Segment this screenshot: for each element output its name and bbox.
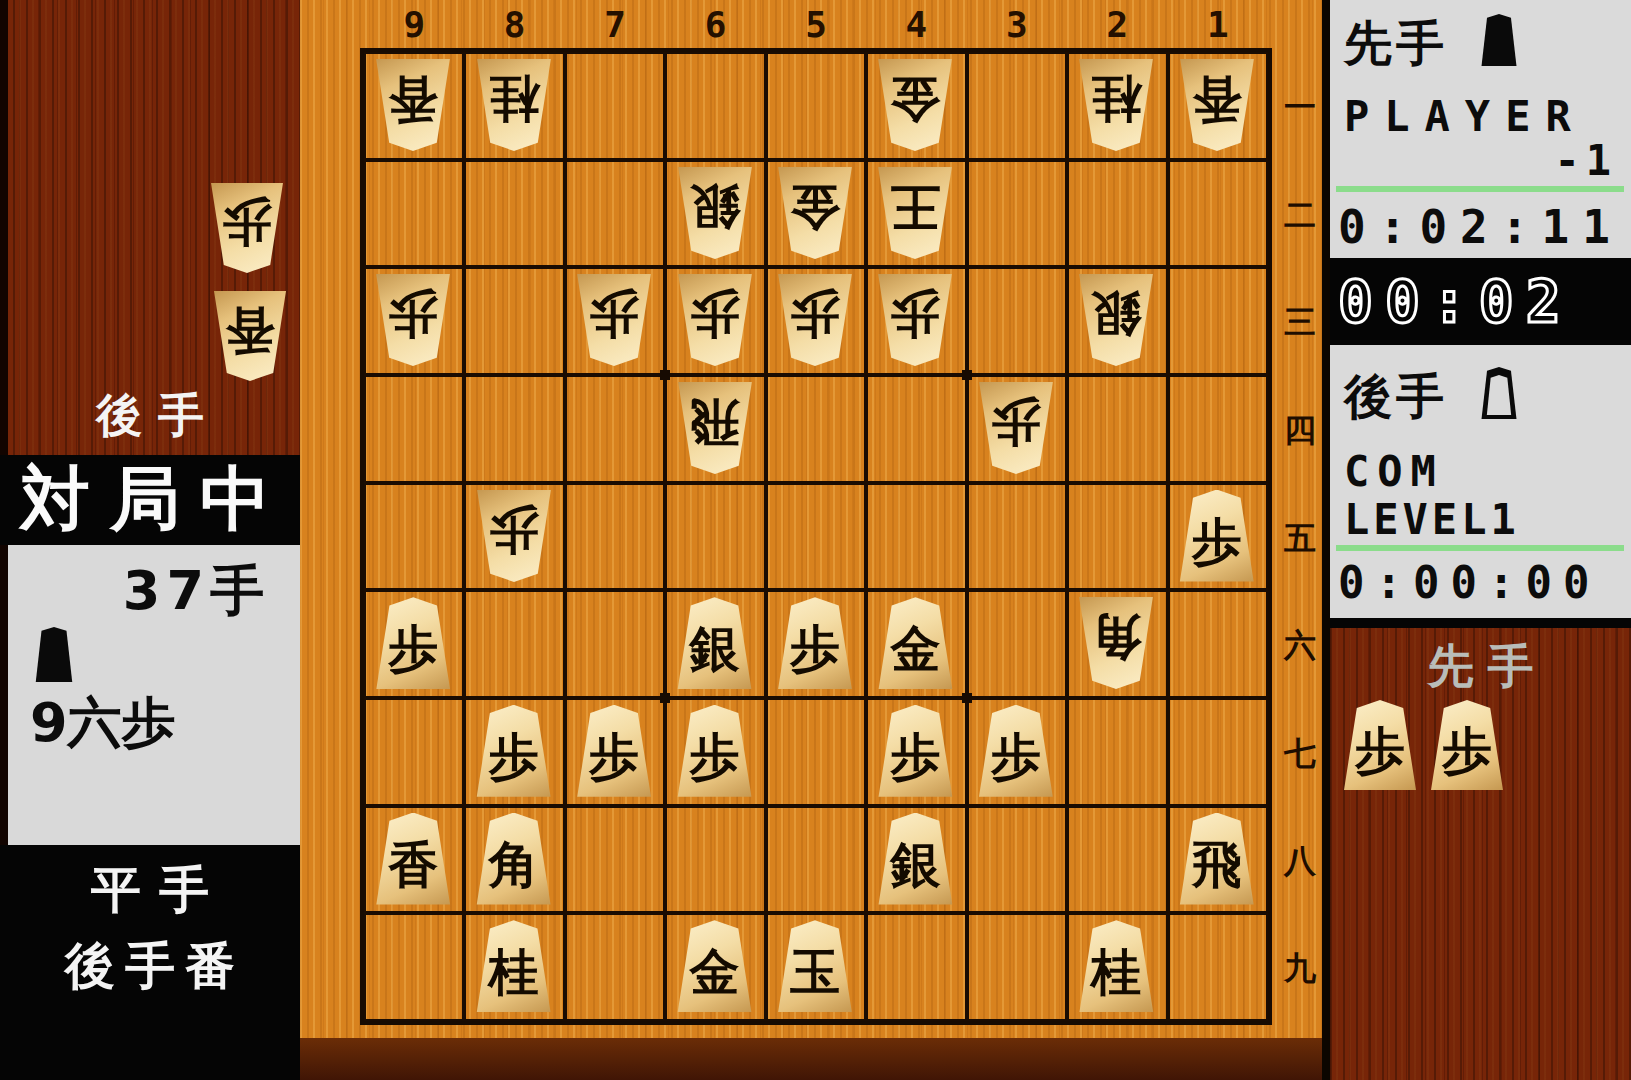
piece-glyph: 歩 — [1192, 517, 1242, 567]
rank-label-2: 二 — [1278, 194, 1322, 238]
gote-total-clock: 0:00:00 — [1338, 557, 1600, 608]
piece-glyph: 歩 — [589, 732, 639, 782]
sente-hand-label: 先手 — [1330, 636, 1631, 698]
piece-23-gote[interactable]: 銀 — [1075, 274, 1157, 366]
piece-46-sente[interactable]: 金 — [874, 597, 956, 689]
piece-glyph: 金 — [890, 624, 940, 674]
sente-total-clock: 0:02:11 — [1338, 200, 1623, 254]
piece-glyph: 歩 — [1355, 726, 1405, 776]
file-label-9: 9 — [384, 4, 444, 45]
piece-43-gote[interactable]: 歩 — [874, 274, 956, 366]
piece-34-gote[interactable]: 歩 — [975, 382, 1057, 474]
piece-glyph: 歩 — [690, 289, 740, 339]
piece-98-sente[interactable]: 香 — [372, 813, 454, 905]
piece-glyph: 歩 — [890, 732, 940, 782]
piece-91-gote[interactable]: 香 — [372, 59, 454, 151]
gote-side-label: 後手 — [0, 385, 300, 447]
game-screen: 歩香 後手 対局中 37手 9六歩 平手 後手番 香桂金桂香銀金王歩歩歩歩歩銀飛… — [0, 0, 1631, 1080]
piece-glyph: 歩 — [388, 289, 438, 339]
piece-81-gote[interactable]: 桂 — [473, 59, 555, 151]
piece-41-gote[interactable]: 金 — [874, 59, 956, 151]
board-panel-divider — [1322, 0, 1330, 1080]
last-move-text: 9六歩 — [30, 687, 176, 760]
sente-hand-area: 先手 歩歩 — [1330, 628, 1631, 1080]
piece-glyph: 桂 — [1091, 74, 1141, 124]
piece-21-gote[interactable]: 桂 — [1075, 59, 1157, 151]
gote-outline-pentagon-icon — [1476, 367, 1522, 419]
move-info-panel: 37手 9六歩 — [8, 545, 300, 845]
sente-player-name: PLAYER — [1344, 92, 1586, 141]
gote-underline — [1336, 545, 1624, 551]
file-label-4: 4 — [886, 4, 946, 45]
piece-glyph: 歩 — [690, 732, 740, 782]
piece-glyph: 金 — [790, 182, 840, 232]
piece-glyph: 飛 — [690, 397, 740, 447]
star-point — [962, 370, 972, 380]
sente-filled-pentagon-icon — [1476, 14, 1522, 66]
board-bottom-shade — [300, 1038, 1322, 1080]
setup-panel: 平手 後手番 — [0, 845, 300, 1080]
sente-underline — [1336, 186, 1624, 192]
rank-label-5: 五 — [1278, 517, 1322, 561]
piece-47-sente[interactable]: 歩 — [874, 705, 956, 797]
panel-divider — [1330, 618, 1631, 628]
piece-29-sente[interactable]: 桂 — [1075, 920, 1157, 1012]
shogi-board[interactable]: 香桂金桂香銀金王歩歩歩歩歩銀飛歩歩歩歩銀歩金角歩歩歩歩歩香角銀飛桂金玉桂 — [360, 48, 1272, 1025]
rank-label-3: 三 — [1278, 301, 1322, 345]
piece-56-sente[interactable]: 歩 — [774, 597, 856, 689]
piece-glyph: 桂 — [489, 947, 539, 997]
move-timer-strip: 00:02 — [1330, 258, 1631, 345]
piece-glyph: 歩 — [1442, 726, 1492, 776]
piece-glyph: 玉 — [790, 947, 840, 997]
file-label-5: 5 — [786, 4, 846, 45]
piece-glyph: 香 — [1192, 74, 1242, 124]
piece-glyph: 銀 — [690, 182, 740, 232]
game-status-banner: 対局中 — [0, 455, 300, 545]
piece-37-sente[interactable]: 歩 — [975, 705, 1057, 797]
piece-glyph: 歩 — [589, 289, 639, 339]
piece-glyph: 桂 — [489, 74, 539, 124]
star-point — [660, 693, 670, 703]
piece-glyph: 歩 — [991, 397, 1041, 447]
sente-hand-piece-歩[interactable]: 歩 — [1427, 700, 1507, 790]
star-point — [962, 693, 972, 703]
piece-66-sente[interactable]: 銀 — [674, 597, 756, 689]
rank-label-4: 四 — [1278, 409, 1322, 453]
piece-glyph: 歩 — [489, 732, 539, 782]
sente-pentagon-icon — [30, 627, 78, 682]
piece-18-sente[interactable]: 飛 — [1176, 813, 1258, 905]
piece-glyph: 歩 — [991, 732, 1041, 782]
rank-label-6: 六 — [1278, 624, 1322, 668]
piece-glyph: 歩 — [790, 289, 840, 339]
turn-indicator: 後手番 — [0, 933, 300, 1000]
rank-label-9: 九 — [1278, 947, 1322, 991]
piece-59-sente[interactable]: 玉 — [774, 920, 856, 1012]
file-label-7: 7 — [585, 4, 645, 45]
piece-96-sente[interactable]: 歩 — [372, 597, 454, 689]
piece-42-gote[interactable]: 王 — [874, 167, 956, 259]
piece-63-gote[interactable]: 歩 — [674, 274, 756, 366]
file-label-6: 6 — [686, 4, 746, 45]
piece-85-gote[interactable]: 歩 — [473, 490, 555, 582]
file-label-2: 2 — [1087, 4, 1147, 45]
rank-label-8: 八 — [1278, 840, 1322, 884]
piece-glyph: 香 — [225, 305, 275, 355]
piece-88-sente[interactable]: 角 — [473, 813, 555, 905]
file-label-3: 3 — [987, 4, 1047, 45]
sente-label: 先手 — [1344, 12, 1448, 76]
piece-67-sente[interactable]: 歩 — [674, 705, 756, 797]
file-label-8: 8 — [485, 4, 545, 45]
piece-glyph: 香 — [388, 74, 438, 124]
piece-glyph: 銀 — [890, 840, 940, 890]
file-label-1: 1 — [1188, 4, 1248, 45]
sente-hand-piece-歩[interactable]: 歩 — [1340, 700, 1420, 790]
piece-glyph: 金 — [890, 74, 940, 124]
piece-glyph: 銀 — [690, 624, 740, 674]
piece-glyph: 角 — [489, 840, 539, 890]
piece-69-sente[interactable]: 金 — [674, 920, 756, 1012]
piece-glyph: 金 — [690, 947, 740, 997]
piece-glyph: 桂 — [1091, 947, 1141, 997]
piece-62-gote[interactable]: 銀 — [674, 167, 756, 259]
piece-53-gote[interactable]: 歩 — [774, 274, 856, 366]
piece-glyph: 歩 — [489, 505, 539, 555]
piece-glyph: 歩 — [890, 289, 940, 339]
piece-glyph: 歩 — [388, 624, 438, 674]
gote-hand-piece-歩[interactable]: 歩 — [207, 183, 287, 273]
piece-64-gote[interactable]: 飛 — [674, 382, 756, 474]
star-point — [660, 370, 670, 380]
piece-87-sente[interactable]: 歩 — [473, 705, 555, 797]
sente-player-number: -1 — [1554, 136, 1617, 185]
piece-glyph: 銀 — [1091, 289, 1141, 339]
piece-glyph: 王 — [890, 182, 940, 232]
rank-label-7: 七 — [1278, 732, 1322, 776]
piece-11-gote[interactable]: 香 — [1176, 59, 1258, 151]
piece-glyph: 歩 — [790, 624, 840, 674]
piece-77-sente[interactable]: 歩 — [573, 705, 655, 797]
move-count: 37手 — [123, 555, 270, 628]
piece-93-gote[interactable]: 歩 — [372, 274, 454, 366]
pentagon-inner — [1483, 375, 1515, 415]
gote-label: 後手 — [1344, 365, 1448, 429]
piece-15-sente[interactable]: 歩 — [1176, 490, 1258, 582]
gote-hand-piece-香[interactable]: 香 — [210, 291, 290, 381]
gote-player-name: COM — [1344, 447, 1444, 496]
piece-glyph: 角 — [1091, 612, 1141, 662]
piece-glyph: 歩 — [222, 197, 272, 247]
gote-player-panel: 後手 COM LEVEL1 0:00:00 — [1330, 345, 1631, 618]
handicap-label: 平手 — [0, 857, 300, 924]
piece-26-gote[interactable]: 角 — [1075, 597, 1157, 689]
piece-73-gote[interactable]: 歩 — [573, 274, 655, 366]
left-sidebar: 歩香 後手 対局中 37手 9六歩 平手 後手番 — [0, 0, 300, 1080]
right-sidebar: 先手 PLAYER -1 0:02:11 00:02 後手 COM LEVEL1… — [1330, 0, 1631, 1080]
move-timer: 00:02 — [1338, 268, 1573, 336]
piece-glyph: 香 — [388, 840, 438, 890]
piece-89-sente[interactable]: 桂 — [473, 920, 555, 1012]
gote-level: LEVEL1 — [1344, 495, 1520, 544]
rank-label-1: 一 — [1278, 86, 1322, 130]
piece-48-sente[interactable]: 銀 — [874, 813, 956, 905]
sente-player-panel: 先手 PLAYER -1 0:02:11 — [1330, 0, 1631, 258]
piece-52-gote[interactable]: 金 — [774, 167, 856, 259]
piece-glyph: 飛 — [1192, 840, 1242, 890]
